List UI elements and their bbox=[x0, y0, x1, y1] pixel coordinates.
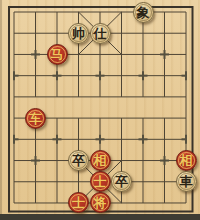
board-bottom-edge bbox=[0, 214, 200, 220]
board-point: 士 bbox=[68, 192, 90, 213]
piece-red-chariot[interactable]: 车 bbox=[25, 108, 46, 129]
piece-red-horse[interactable]: 马 bbox=[47, 44, 68, 65]
board-point: 将 bbox=[89, 192, 111, 213]
board-point: 车 bbox=[25, 107, 47, 128]
board-point: 马 bbox=[46, 44, 68, 65]
piece-red-elephant[interactable]: 相 bbox=[90, 150, 111, 171]
board-point: 相 bbox=[89, 150, 111, 171]
board-point: 帅 bbox=[68, 23, 90, 44]
board-points: 象帅仕马车卒相相士卒車士将 bbox=[3, 1, 197, 213]
board-point: 卒 bbox=[111, 171, 133, 192]
piece-wood-chariot[interactable]: 車 bbox=[176, 171, 197, 192]
piece-wood-pawn[interactable]: 卒 bbox=[68, 150, 89, 171]
board-point: 車 bbox=[175, 171, 197, 192]
piece-wood-elephant[interactable]: 象 bbox=[133, 2, 154, 23]
board-point: 象 bbox=[132, 1, 154, 22]
board-point: 士 bbox=[89, 171, 111, 192]
board-point: 相 bbox=[175, 150, 197, 171]
board-point: 仕 bbox=[89, 23, 111, 44]
piece-red-advisor[interactable]: 士 bbox=[68, 192, 89, 213]
piece-wood-pawn[interactable]: 卒 bbox=[111, 171, 132, 192]
piece-red-general[interactable]: 将 bbox=[90, 192, 111, 213]
xiangqi-board-screen: 象帅仕马车卒相相士卒車士将 bbox=[0, 0, 200, 220]
piece-red-advisor[interactable]: 士 bbox=[90, 171, 111, 192]
piece-wood-advisor[interactable]: 仕 bbox=[90, 23, 111, 44]
piece-wood-general[interactable]: 帅 bbox=[68, 23, 89, 44]
board-point: 卒 bbox=[68, 150, 90, 171]
board-left-shadow bbox=[0, 0, 2, 220]
piece-red-elephant[interactable]: 相 bbox=[176, 150, 197, 171]
